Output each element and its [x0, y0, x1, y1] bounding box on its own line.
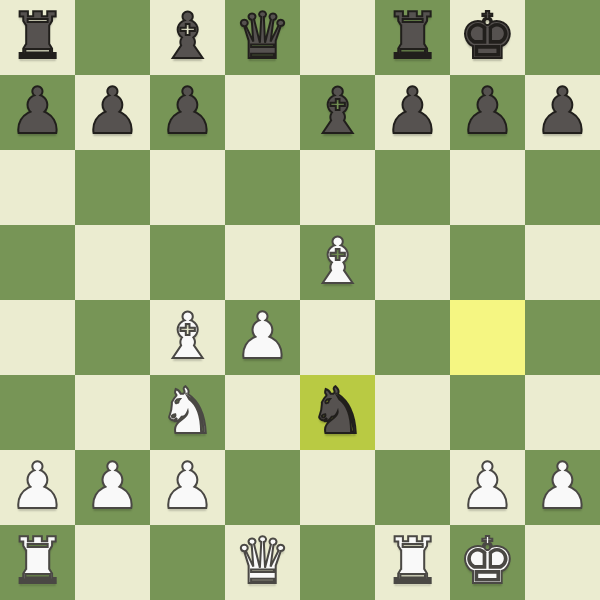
piece-white-pawn[interactable]: ♟ [534, 454, 591, 518]
piece-white-knight[interactable]: ♞ [159, 379, 216, 443]
square-h2[interactable]: ♟ [525, 450, 600, 525]
square-c5[interactable] [150, 225, 225, 300]
square-e5[interactable]: ♝ [300, 225, 375, 300]
square-e6[interactable] [300, 150, 375, 225]
piece-black-rook[interactable]: ♜ [384, 4, 441, 68]
square-f8[interactable]: ♜ [375, 0, 450, 75]
square-e3[interactable]: ♞ [300, 375, 375, 450]
piece-black-pawn[interactable]: ♟ [159, 79, 216, 143]
square-b1[interactable] [75, 525, 150, 600]
square-b6[interactable] [75, 150, 150, 225]
square-h1[interactable] [525, 525, 600, 600]
square-g1[interactable]: ♚ [450, 525, 525, 600]
piece-black-rook[interactable]: ♜ [9, 4, 66, 68]
square-d3[interactable] [225, 375, 300, 450]
piece-white-bishop[interactable]: ♝ [309, 229, 366, 293]
piece-white-pawn[interactable]: ♟ [9, 454, 66, 518]
square-d2[interactable] [225, 450, 300, 525]
square-g2[interactable]: ♟ [450, 450, 525, 525]
square-e1[interactable] [300, 525, 375, 600]
square-h4[interactable] [525, 300, 600, 375]
square-c7[interactable]: ♟ [150, 75, 225, 150]
piece-black-king[interactable]: ♚ [459, 4, 516, 68]
square-d5[interactable] [225, 225, 300, 300]
square-a1[interactable]: ♜ [0, 525, 75, 600]
piece-white-pawn[interactable]: ♟ [84, 454, 141, 518]
piece-black-knight[interactable]: ♞ [309, 379, 366, 443]
square-g7[interactable]: ♟ [450, 75, 525, 150]
piece-black-pawn[interactable]: ♟ [459, 79, 516, 143]
square-b4[interactable] [75, 300, 150, 375]
square-a8[interactable]: ♜ [0, 0, 75, 75]
square-d4[interactable]: ♟ [225, 300, 300, 375]
square-b3[interactable] [75, 375, 150, 450]
square-e2[interactable] [300, 450, 375, 525]
piece-white-pawn[interactable]: ♟ [234, 304, 291, 368]
square-a5[interactable] [0, 225, 75, 300]
square-b8[interactable] [75, 0, 150, 75]
square-e7[interactable]: ♝ [300, 75, 375, 150]
square-a7[interactable]: ♟ [0, 75, 75, 150]
square-b2[interactable]: ♟ [75, 450, 150, 525]
square-e4[interactable] [300, 300, 375, 375]
square-b5[interactable] [75, 225, 150, 300]
square-h7[interactable]: ♟ [525, 75, 600, 150]
square-g3[interactable] [450, 375, 525, 450]
piece-black-queen[interactable]: ♛ [234, 4, 291, 68]
square-h3[interactable] [525, 375, 600, 450]
square-f2[interactable] [375, 450, 450, 525]
piece-white-rook[interactable]: ♜ [384, 529, 441, 593]
square-d1[interactable]: ♛ [225, 525, 300, 600]
piece-white-king[interactable]: ♚ [459, 529, 516, 593]
piece-black-bishop[interactable]: ♝ [159, 4, 216, 68]
piece-black-pawn[interactable]: ♟ [9, 79, 66, 143]
square-c1[interactable] [150, 525, 225, 600]
square-a4[interactable] [0, 300, 75, 375]
square-g4[interactable] [450, 300, 525, 375]
piece-white-pawn[interactable]: ♟ [159, 454, 216, 518]
square-f1[interactable]: ♜ [375, 525, 450, 600]
square-a6[interactable] [0, 150, 75, 225]
square-h8[interactable] [525, 0, 600, 75]
piece-black-pawn[interactable]: ♟ [534, 79, 591, 143]
square-f6[interactable] [375, 150, 450, 225]
piece-black-pawn[interactable]: ♟ [384, 79, 441, 143]
square-g6[interactable] [450, 150, 525, 225]
piece-white-bishop[interactable]: ♝ [159, 304, 216, 368]
piece-black-pawn[interactable]: ♟ [84, 79, 141, 143]
square-c3[interactable]: ♞ [150, 375, 225, 450]
square-c4[interactable]: ♝ [150, 300, 225, 375]
square-c8[interactable]: ♝ [150, 0, 225, 75]
square-f5[interactable] [375, 225, 450, 300]
square-f7[interactable]: ♟ [375, 75, 450, 150]
square-h6[interactable] [525, 150, 600, 225]
piece-white-pawn[interactable]: ♟ [459, 454, 516, 518]
square-d7[interactable] [225, 75, 300, 150]
square-b7[interactable]: ♟ [75, 75, 150, 150]
square-e8[interactable] [300, 0, 375, 75]
square-f4[interactable] [375, 300, 450, 375]
square-d8[interactable]: ♛ [225, 0, 300, 75]
square-a2[interactable]: ♟ [0, 450, 75, 525]
square-f3[interactable] [375, 375, 450, 450]
square-c6[interactable] [150, 150, 225, 225]
square-c2[interactable]: ♟ [150, 450, 225, 525]
chess-board: ♜♝♛♜♚♟♟♟♝♟♟♟♝♝♟♞♞♟♟♟♟♟♜♛♜♚ [0, 0, 600, 600]
square-d6[interactable] [225, 150, 300, 225]
piece-white-queen[interactable]: ♛ [234, 529, 291, 593]
piece-white-rook[interactable]: ♜ [9, 529, 66, 593]
square-a3[interactable] [0, 375, 75, 450]
square-g8[interactable]: ♚ [450, 0, 525, 75]
square-g5[interactable] [450, 225, 525, 300]
square-h5[interactable] [525, 225, 600, 300]
piece-black-bishop[interactable]: ♝ [309, 79, 366, 143]
